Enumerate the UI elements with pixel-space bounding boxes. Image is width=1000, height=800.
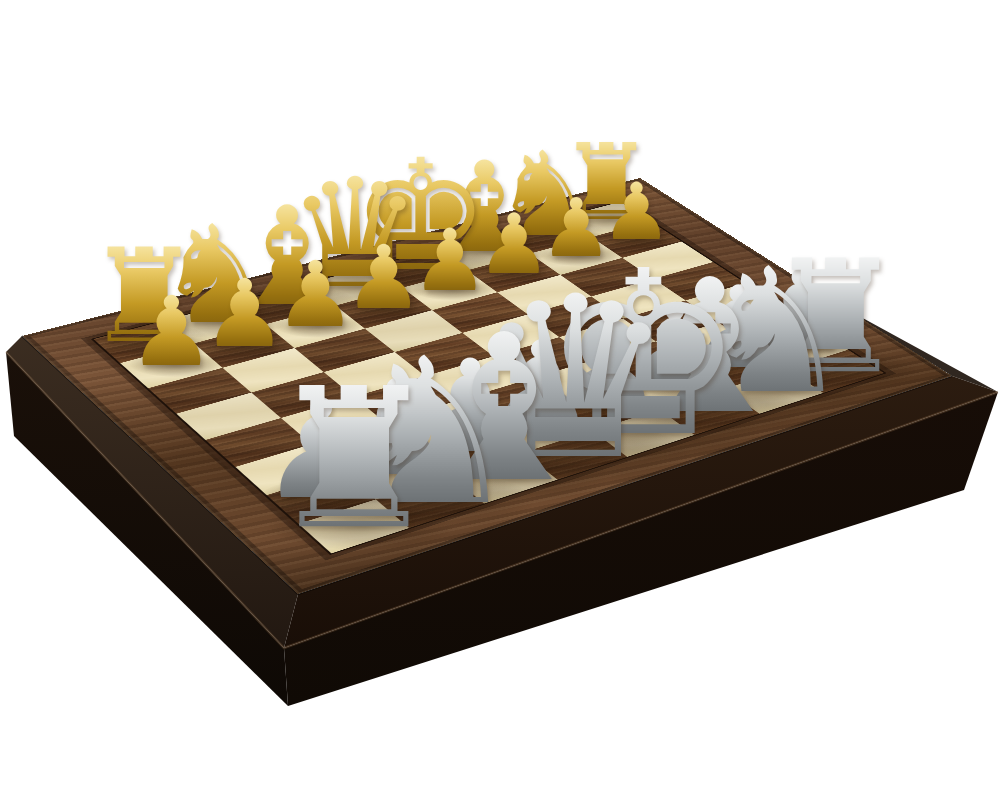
board-square bbox=[374, 249, 468, 287]
board-square bbox=[525, 361, 625, 406]
board-square bbox=[148, 368, 252, 414]
board-square bbox=[194, 324, 294, 367]
board-square bbox=[467, 254, 560, 292]
board-square bbox=[120, 343, 222, 388]
board-square bbox=[724, 369, 823, 414]
board-square bbox=[752, 327, 848, 369]
board-square bbox=[386, 401, 490, 449]
board-square bbox=[561, 258, 654, 296]
board-square bbox=[493, 337, 592, 380]
board-square bbox=[205, 418, 311, 467]
board-square bbox=[312, 422, 418, 471]
board-square bbox=[659, 389, 759, 435]
board-square bbox=[560, 318, 657, 360]
board-square bbox=[432, 292, 528, 333]
board-square bbox=[653, 262, 745, 301]
board-square bbox=[625, 365, 724, 410]
chess-set-product-photo: ♜♞♟♝♟♚♟♛♟♝♟♞♟♜♟♟♟♟♜♟♞♟♝♟♚♟♛♟♝♟♞♜ bbox=[0, 0, 1000, 800]
board-square bbox=[592, 409, 694, 457]
board-square bbox=[364, 310, 462, 352]
board-square bbox=[238, 283, 335, 324]
board-square bbox=[438, 233, 530, 270]
board-square bbox=[223, 348, 325, 393]
board-square bbox=[623, 300, 718, 341]
board-square bbox=[690, 345, 787, 388]
board-square bbox=[266, 306, 364, 348]
board-square bbox=[394, 333, 493, 376]
board-square bbox=[558, 385, 659, 431]
board-square bbox=[425, 356, 525, 401]
board-square bbox=[592, 341, 690, 384]
board-square bbox=[787, 350, 884, 393]
board-square bbox=[656, 323, 752, 365]
board-square bbox=[236, 444, 344, 495]
board-square bbox=[251, 372, 354, 418]
board-square bbox=[622, 241, 713, 278]
board-square bbox=[167, 301, 266, 343]
board-square bbox=[528, 296, 624, 337]
board-square bbox=[497, 275, 591, 315]
board-square bbox=[523, 431, 627, 480]
board-square bbox=[462, 314, 559, 356]
board-square bbox=[457, 380, 559, 426]
board-square bbox=[685, 283, 778, 323]
board-square bbox=[591, 221, 681, 257]
board-square bbox=[718, 305, 812, 346]
board-square bbox=[176, 392, 281, 440]
board-square bbox=[418, 426, 523, 475]
board-square bbox=[451, 453, 558, 504]
board-square bbox=[376, 476, 485, 528]
board-square bbox=[402, 270, 497, 310]
board-square bbox=[530, 237, 622, 274]
board-square bbox=[281, 397, 385, 445]
board-square bbox=[94, 320, 195, 363]
board-square bbox=[354, 376, 456, 422]
board-square bbox=[489, 405, 592, 453]
board-square bbox=[335, 288, 432, 329]
board-square bbox=[295, 329, 395, 372]
board-square bbox=[501, 217, 592, 253]
board-square bbox=[298, 499, 409, 553]
board-square bbox=[307, 266, 402, 306]
board-square bbox=[324, 352, 425, 397]
board-square bbox=[343, 448, 450, 499]
board-square bbox=[267, 471, 376, 523]
board-square bbox=[592, 279, 686, 319]
board-square bbox=[561, 202, 650, 237]
